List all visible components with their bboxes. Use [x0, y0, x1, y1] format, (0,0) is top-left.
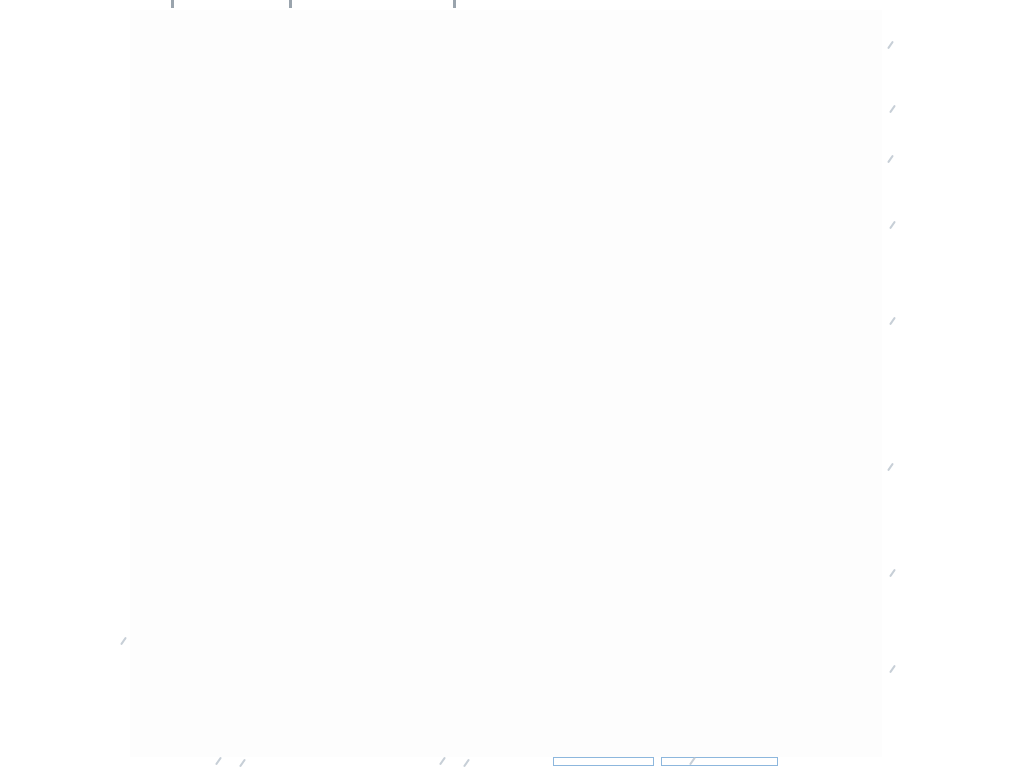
scratch-mark: [889, 569, 896, 578]
tab-separator: [289, 0, 292, 8]
scratch-mark: [239, 759, 246, 768]
bottom-scrollbar-segment-1[interactable]: [553, 757, 654, 766]
scratch-mark: [889, 221, 896, 230]
bottom-scrollbar-thumb[interactable]: [783, 756, 883, 767]
sudoku-board: [130, 10, 882, 757]
scratch-mark: [463, 759, 470, 768]
bottom-scrollbar-segment-2[interactable]: [661, 757, 778, 766]
scratch-mark: [120, 637, 127, 646]
scratch-mark: [215, 757, 222, 766]
scratch-mark: [889, 317, 896, 326]
scratch-mark: [887, 41, 894, 50]
scratch-mark: [887, 155, 894, 164]
tab-separator: [453, 0, 456, 8]
scratch-mark: [889, 105, 896, 114]
scratch-mark: [889, 665, 896, 674]
tab-separator: [171, 0, 174, 8]
scratch-mark: [439, 757, 446, 766]
scratch-mark: [887, 463, 894, 472]
